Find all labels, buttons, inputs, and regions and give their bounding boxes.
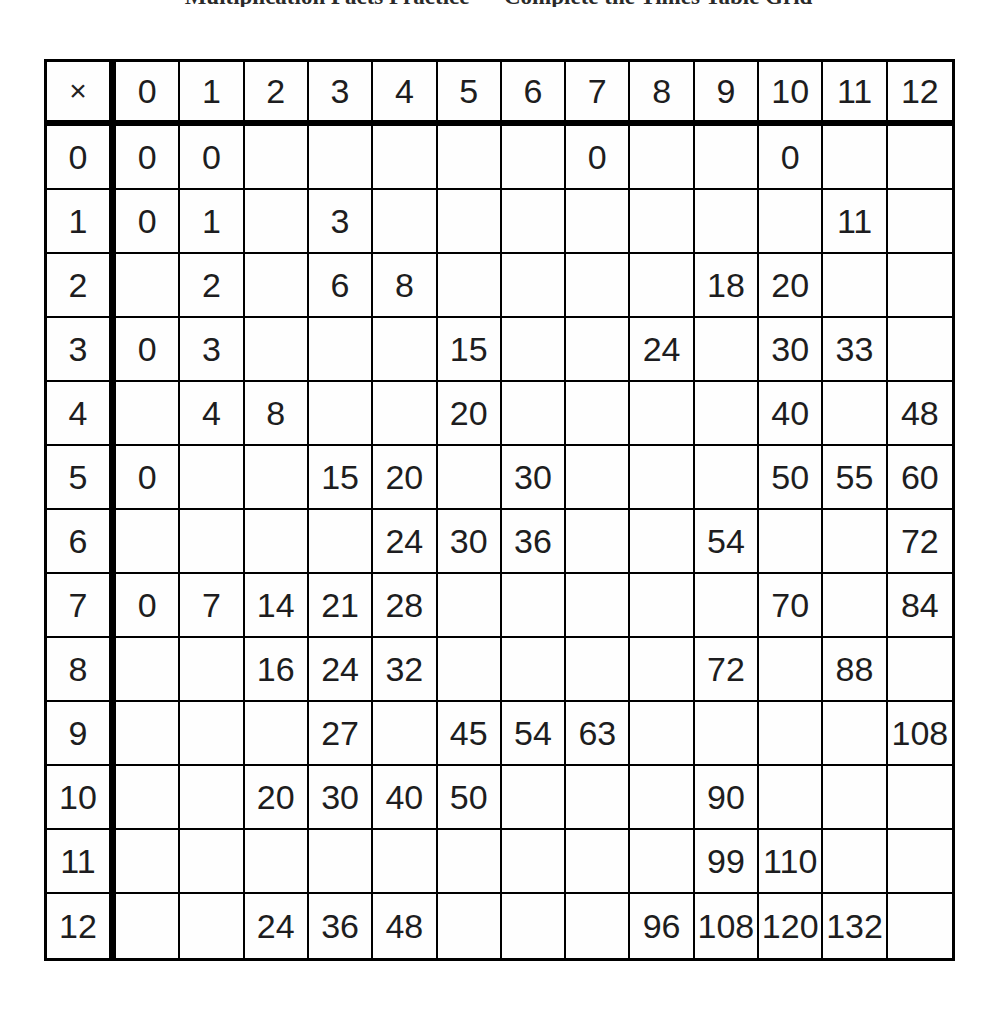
product-cell-r12-c8: 96: [630, 894, 694, 958]
empty-cell-r4-c0: [116, 382, 180, 446]
empty-cell-r12-c7: [566, 894, 630, 958]
empty-cell-r7-c5: [438, 574, 502, 638]
product-cell-r9-c12: 108: [888, 702, 952, 766]
product-cell-r12-c4: 48: [373, 894, 437, 958]
product-cell-r0-c0: 0: [116, 126, 180, 190]
product-cell-r7-c10: 70: [759, 574, 823, 638]
product-cell-r9-c3: 27: [309, 702, 373, 766]
product-cell-r8-c4: 32: [373, 638, 437, 702]
product-cell-r6-c6: 36: [502, 510, 566, 574]
empty-cell-r8-c0: [116, 638, 180, 702]
empty-cell-r10-c1: [180, 766, 244, 830]
row-header-6: 6: [47, 510, 116, 574]
empty-cell-r5-c9: [695, 446, 759, 510]
empty-cell-r1-c12: [888, 190, 952, 254]
product-cell-r7-c1: 7: [180, 574, 244, 638]
product-cell-r1-c11: 11: [823, 190, 887, 254]
empty-cell-r1-c4: [373, 190, 437, 254]
product-cell-r5-c12: 60: [888, 446, 952, 510]
empty-cell-r5-c1: [180, 446, 244, 510]
row-header-11: 11: [47, 830, 116, 894]
product-cell-r5-c3: 15: [309, 446, 373, 510]
empty-cell-r0-c11: [823, 126, 887, 190]
col-header-7: 7: [566, 62, 630, 126]
product-cell-r3-c11: 33: [823, 318, 887, 382]
product-cell-r0-c1: 0: [180, 126, 244, 190]
empty-cell-r1-c7: [566, 190, 630, 254]
row-header-9: 9: [47, 702, 116, 766]
empty-cell-r7-c11: [823, 574, 887, 638]
product-cell-r5-c11: 55: [823, 446, 887, 510]
empty-cell-r1-c6: [502, 190, 566, 254]
empty-cell-r4-c3: [309, 382, 373, 446]
empty-cell-r6-c8: [630, 510, 694, 574]
col-header-9: 9: [695, 62, 759, 126]
empty-cell-r10-c11: [823, 766, 887, 830]
product-cell-r0-c7: 0: [566, 126, 630, 190]
product-cell-r4-c5: 20: [438, 382, 502, 446]
empty-cell-r6-c10: [759, 510, 823, 574]
empty-cell-r3-c9: [695, 318, 759, 382]
empty-cell-r3-c4: [373, 318, 437, 382]
product-cell-r0-c10: 0: [759, 126, 823, 190]
product-cell-r12-c2: 24: [245, 894, 309, 958]
empty-cell-r11-c1: [180, 830, 244, 894]
product-cell-r8-c11: 88: [823, 638, 887, 702]
product-cell-r12-c9: 108: [695, 894, 759, 958]
empty-cell-r2-c11: [823, 254, 887, 318]
product-cell-r4-c12: 48: [888, 382, 952, 446]
row-header-4: 4: [47, 382, 116, 446]
empty-cell-r8-c5: [438, 638, 502, 702]
product-cell-r2-c10: 20: [759, 254, 823, 318]
col-header-5: 5: [438, 62, 502, 126]
row-header-3: 3: [47, 318, 116, 382]
product-cell-r10-c3: 30: [309, 766, 373, 830]
empty-cell-r7-c6: [502, 574, 566, 638]
product-cell-r7-c0: 0: [116, 574, 180, 638]
row-header-12: 12: [47, 894, 116, 958]
empty-cell-r12-c0: [116, 894, 180, 958]
product-cell-r4-c10: 40: [759, 382, 823, 446]
empty-cell-r4-c6: [502, 382, 566, 446]
empty-cell-r2-c2: [245, 254, 309, 318]
clipped-page-title-text: Multiplication Facts Practice — Complete…: [185, 0, 813, 7]
empty-cell-r8-c8: [630, 638, 694, 702]
empty-cell-r3-c2: [245, 318, 309, 382]
empty-cell-r8-c10: [759, 638, 823, 702]
product-cell-r12-c3: 36: [309, 894, 373, 958]
empty-cell-r1-c2: [245, 190, 309, 254]
empty-cell-r4-c9: [695, 382, 759, 446]
empty-cell-r11-c12: [888, 830, 952, 894]
empty-cell-r9-c11: [823, 702, 887, 766]
multiplication-grid: ×012345678910111200000101311226818203031…: [44, 59, 955, 961]
empty-cell-r9-c0: [116, 702, 180, 766]
product-cell-r7-c12: 84: [888, 574, 952, 638]
empty-cell-r10-c7: [566, 766, 630, 830]
empty-cell-r5-c8: [630, 446, 694, 510]
empty-cell-r6-c7: [566, 510, 630, 574]
empty-cell-r3-c7: [566, 318, 630, 382]
col-header-11: 11: [823, 62, 887, 126]
empty-cell-r0-c3: [309, 126, 373, 190]
col-header-10: 10: [759, 62, 823, 126]
empty-cell-r12-c5: [438, 894, 502, 958]
row-header-10: 10: [47, 766, 116, 830]
empty-cell-r2-c0: [116, 254, 180, 318]
empty-cell-r6-c11: [823, 510, 887, 574]
empty-cell-r2-c8: [630, 254, 694, 318]
product-cell-r3-c5: 15: [438, 318, 502, 382]
empty-cell-r8-c6: [502, 638, 566, 702]
empty-cell-r6-c2: [245, 510, 309, 574]
product-cell-r12-c10: 120: [759, 894, 823, 958]
empty-cell-r1-c8: [630, 190, 694, 254]
product-cell-r10-c5: 50: [438, 766, 502, 830]
product-cell-r5-c4: 20: [373, 446, 437, 510]
clipped-page-title: Multiplication Facts Practice — Complete…: [0, 0, 997, 7]
product-cell-r3-c8: 24: [630, 318, 694, 382]
product-cell-r2-c4: 8: [373, 254, 437, 318]
empty-cell-r11-c11: [823, 830, 887, 894]
product-cell-r5-c10: 50: [759, 446, 823, 510]
product-cell-r9-c5: 45: [438, 702, 502, 766]
col-header-0: 0: [116, 62, 180, 126]
empty-cell-r2-c12: [888, 254, 952, 318]
product-cell-r7-c3: 21: [309, 574, 373, 638]
product-cell-r2-c1: 2: [180, 254, 244, 318]
empty-cell-r5-c2: [245, 446, 309, 510]
product-cell-r1-c1: 1: [180, 190, 244, 254]
empty-cell-r7-c8: [630, 574, 694, 638]
empty-cell-r9-c2: [245, 702, 309, 766]
empty-cell-r10-c10: [759, 766, 823, 830]
col-header-4: 4: [373, 62, 437, 126]
col-header-12: 12: [888, 62, 952, 126]
empty-cell-r4-c7: [566, 382, 630, 446]
empty-cell-r9-c4: [373, 702, 437, 766]
empty-cell-r3-c3: [309, 318, 373, 382]
empty-cell-r10-c0: [116, 766, 180, 830]
product-cell-r8-c3: 24: [309, 638, 373, 702]
empty-cell-r4-c11: [823, 382, 887, 446]
empty-cell-r7-c7: [566, 574, 630, 638]
product-cell-r5-c0: 0: [116, 446, 180, 510]
empty-cell-r2-c7: [566, 254, 630, 318]
empty-cell-r4-c8: [630, 382, 694, 446]
empty-cell-r4-c4: [373, 382, 437, 446]
empty-cell-r0-c12: [888, 126, 952, 190]
empty-cell-r11-c0: [116, 830, 180, 894]
corner-times-label: ×: [47, 62, 116, 126]
product-cell-r12-c11: 132: [823, 894, 887, 958]
row-header-7: 7: [47, 574, 116, 638]
empty-cell-r8-c7: [566, 638, 630, 702]
empty-cell-r0-c8: [630, 126, 694, 190]
product-cell-r7-c4: 28: [373, 574, 437, 638]
empty-cell-r0-c2: [245, 126, 309, 190]
empty-cell-r7-c9: [695, 574, 759, 638]
col-header-1: 1: [180, 62, 244, 126]
empty-cell-r9-c9: [695, 702, 759, 766]
empty-cell-r0-c6: [502, 126, 566, 190]
row-header-0: 0: [47, 126, 116, 190]
product-cell-r5-c6: 30: [502, 446, 566, 510]
product-cell-r11-c9: 99: [695, 830, 759, 894]
empty-cell-r1-c10: [759, 190, 823, 254]
empty-cell-r12-c6: [502, 894, 566, 958]
empty-cell-r0-c4: [373, 126, 437, 190]
empty-cell-r2-c5: [438, 254, 502, 318]
empty-cell-r6-c3: [309, 510, 373, 574]
empty-cell-r6-c0: [116, 510, 180, 574]
product-cell-r8-c2: 16: [245, 638, 309, 702]
empty-cell-r11-c7: [566, 830, 630, 894]
empty-cell-r3-c12: [888, 318, 952, 382]
product-cell-r9-c6: 54: [502, 702, 566, 766]
empty-cell-r10-c6: [502, 766, 566, 830]
empty-cell-r6-c1: [180, 510, 244, 574]
product-cell-r4-c2: 8: [245, 382, 309, 446]
col-header-6: 6: [502, 62, 566, 126]
row-header-5: 5: [47, 446, 116, 510]
product-cell-r2-c9: 18: [695, 254, 759, 318]
product-cell-r8-c9: 72: [695, 638, 759, 702]
product-cell-r6-c4: 24: [373, 510, 437, 574]
product-cell-r6-c9: 54: [695, 510, 759, 574]
empty-cell-r12-c12: [888, 894, 952, 958]
col-header-8: 8: [630, 62, 694, 126]
empty-cell-r10-c12: [888, 766, 952, 830]
col-header-2: 2: [245, 62, 309, 126]
empty-cell-r8-c1: [180, 638, 244, 702]
empty-cell-r11-c3: [309, 830, 373, 894]
product-cell-r3-c1: 3: [180, 318, 244, 382]
empty-cell-r3-c6: [502, 318, 566, 382]
empty-cell-r9-c1: [180, 702, 244, 766]
empty-cell-r11-c6: [502, 830, 566, 894]
product-cell-r3-c0: 0: [116, 318, 180, 382]
empty-cell-r0-c5: [438, 126, 502, 190]
row-header-8: 8: [47, 638, 116, 702]
empty-cell-r5-c5: [438, 446, 502, 510]
product-cell-r1-c0: 0: [116, 190, 180, 254]
product-cell-r6-c12: 72: [888, 510, 952, 574]
product-cell-r10-c4: 40: [373, 766, 437, 830]
product-cell-r9-c7: 63: [566, 702, 630, 766]
product-cell-r4-c1: 4: [180, 382, 244, 446]
empty-cell-r11-c2: [245, 830, 309, 894]
empty-cell-r2-c6: [502, 254, 566, 318]
empty-cell-r10-c8: [630, 766, 694, 830]
product-cell-r10-c2: 20: [245, 766, 309, 830]
product-cell-r3-c10: 30: [759, 318, 823, 382]
product-cell-r2-c3: 6: [309, 254, 373, 318]
empty-cell-r9-c10: [759, 702, 823, 766]
empty-cell-r5-c7: [566, 446, 630, 510]
empty-cell-r1-c9: [695, 190, 759, 254]
empty-cell-r11-c4: [373, 830, 437, 894]
product-cell-r6-c5: 30: [438, 510, 502, 574]
empty-cell-r12-c1: [180, 894, 244, 958]
empty-cell-r11-c8: [630, 830, 694, 894]
row-header-1: 1: [47, 190, 116, 254]
product-cell-r10-c9: 90: [695, 766, 759, 830]
empty-cell-r11-c5: [438, 830, 502, 894]
product-cell-r1-c3: 3: [309, 190, 373, 254]
empty-cell-r1-c5: [438, 190, 502, 254]
row-header-2: 2: [47, 254, 116, 318]
product-cell-r7-c2: 14: [245, 574, 309, 638]
empty-cell-r0-c9: [695, 126, 759, 190]
empty-cell-r9-c8: [630, 702, 694, 766]
product-cell-r11-c10: 110: [759, 830, 823, 894]
empty-cell-r8-c12: [888, 638, 952, 702]
col-header-3: 3: [309, 62, 373, 126]
